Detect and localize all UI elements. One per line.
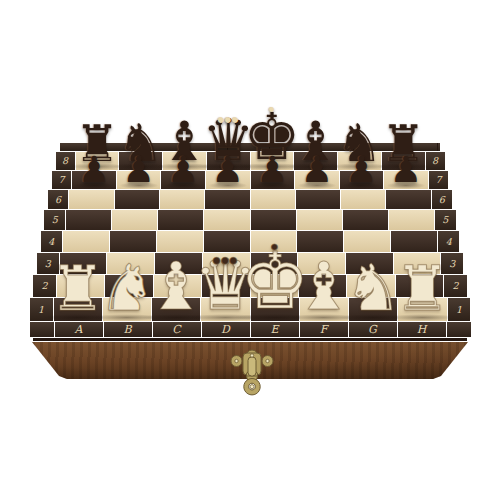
rank-label-right-1-label: 1 <box>456 305 462 315</box>
rank-label-left-7-label: 7 <box>59 175 65 185</box>
square-a7: ♟ <box>72 171 116 189</box>
file-label-g: G <box>349 322 397 337</box>
crown-finial-accent: ●●● <box>218 116 239 124</box>
file-label-b: B <box>104 322 152 337</box>
square-d5 <box>204 210 249 230</box>
rank-label-right-6: 6 <box>432 190 452 209</box>
rank-row-8: 8♜♞♝♛●●●♚●♝♞♜8 <box>56 152 445 170</box>
square-d7: ♟ <box>206 171 250 189</box>
piece-white-rook-h1: ♜ <box>395 258 451 320</box>
square-f5 <box>297 210 342 230</box>
square-d6 <box>205 190 249 209</box>
square-h6 <box>386 190 430 209</box>
rank-label-left-7: 7 <box>52 171 72 189</box>
rank-label-right-5-label: 5 <box>442 215 448 225</box>
product-photo-stage: 8♜♞♝♛●●●♚●♝♞♜87♟♟♟♟♟♟♟♟766554433221♜♞♝♛●… <box>0 0 500 500</box>
border-corner-left <box>30 322 54 337</box>
file-label-e-label: E <box>270 324 278 335</box>
rank-row-1: 1♜♞♝♛●●●♚●♝♞♜1 <box>30 298 471 321</box>
piece-black-pawn-f7: ♟ <box>301 152 333 188</box>
piece-white-knight-g1: ♞ <box>344 256 401 320</box>
square-h1: ♜ <box>398 298 446 321</box>
rank-label-left-1-label: 1 <box>38 305 44 315</box>
rank-label-right-7: 7 <box>429 171 449 189</box>
square-c5 <box>158 210 203 230</box>
square-e5 <box>251 210 296 230</box>
piece-black-pawn-d7: ♟ <box>212 152 244 188</box>
piece-black-pawn-g7: ♟ <box>345 152 377 188</box>
crown-finial-accent: ● <box>271 243 278 251</box>
piece-black-pawn-b7: ♟ <box>123 152 155 188</box>
square-b7: ♟ <box>117 171 161 189</box>
rank-label-left-4-label: 4 <box>48 237 54 247</box>
file-label-c-label: C <box>172 324 180 335</box>
border-corner-right <box>447 322 471 337</box>
file-label-b-label: B <box>123 324 131 335</box>
piece-white-rook-a1: ♜ <box>50 258 106 320</box>
rank-label-left-8-label: 8 <box>62 156 68 166</box>
piece-black-pawn-e7: ♟ <box>256 152 288 188</box>
rank-label-right-8: 8 <box>426 152 445 170</box>
file-label-a-label: A <box>75 324 83 335</box>
crown-finial-accent: ● <box>269 106 275 112</box>
rank-label-left-6-label: 6 <box>55 195 61 205</box>
file-label-c: C <box>153 322 201 337</box>
rank-label-right-6-label: 6 <box>439 195 445 205</box>
rank-label-right-4-label: 4 <box>446 237 452 247</box>
rank-label-left-5: 5 <box>44 210 65 230</box>
rank-label-right-5: 5 <box>435 210 456 230</box>
square-c6 <box>160 190 204 209</box>
square-c7: ♟ <box>161 171 205 189</box>
rank-label-left-4: 4 <box>41 231 62 252</box>
crown-finial-accent: ●●● <box>213 256 238 265</box>
chess-set: 8♜♞♝♛●●●♚●♝♞♜87♟♟♟♟♟♟♟♟766554433221♜♞♝♛●… <box>0 143 500 379</box>
rank-label-left-5-label: 5 <box>52 215 58 225</box>
file-label-g-label: G <box>368 324 377 335</box>
piece-black-pawn-a7: ♟ <box>78 152 110 188</box>
rank-label-right-4: 4 <box>438 231 459 252</box>
file-label-h-label: H <box>417 324 427 335</box>
rank-label-left-6: 6 <box>48 190 68 209</box>
square-h4 <box>391 231 437 252</box>
rank-row-7: 7♟♟♟♟♟♟♟♟7 <box>52 171 448 189</box>
square-h7: ♟ <box>384 171 428 189</box>
piece-black-pawn-h7: ♟ <box>390 152 422 188</box>
square-a4 <box>63 231 109 252</box>
file-label-e: E <box>251 322 299 337</box>
rank-row-6: 66 <box>48 190 452 209</box>
file-label-f: F <box>300 322 348 337</box>
square-e6 <box>251 190 295 209</box>
square-g6 <box>341 190 385 209</box>
square-e7: ♟ <box>251 171 295 189</box>
rank-label-right-1: 1 <box>448 298 471 321</box>
square-g7: ♟ <box>340 171 384 189</box>
file-label-a: A <box>55 322 103 337</box>
square-a5 <box>66 210 111 230</box>
file-label-h: H <box>398 322 446 337</box>
rank-row-5: 55 <box>44 210 455 230</box>
rank-label-left-2-label: 2 <box>41 281 47 291</box>
file-label-f-label: F <box>320 324 328 335</box>
rank-label-right-7-label: 7 <box>435 175 441 185</box>
rank-label-right-8-label: 8 <box>432 156 438 166</box>
square-b6 <box>115 190 159 209</box>
square-f6 <box>296 190 340 209</box>
board-front-rim <box>33 338 467 341</box>
square-h5 <box>389 210 434 230</box>
square-g5 <box>343 210 388 230</box>
file-label-d-label: D <box>221 324 230 335</box>
file-label-d: D <box>202 322 250 337</box>
square-a6 <box>69 190 113 209</box>
piece-black-pawn-c7: ♟ <box>167 152 199 188</box>
brass-latch-icon <box>230 349 274 397</box>
square-f7: ♟ <box>295 171 339 189</box>
square-b5 <box>112 210 157 230</box>
rank-label-right-2-label: 2 <box>453 281 459 291</box>
file-labels-row: ABCDEFGH <box>30 322 471 337</box>
